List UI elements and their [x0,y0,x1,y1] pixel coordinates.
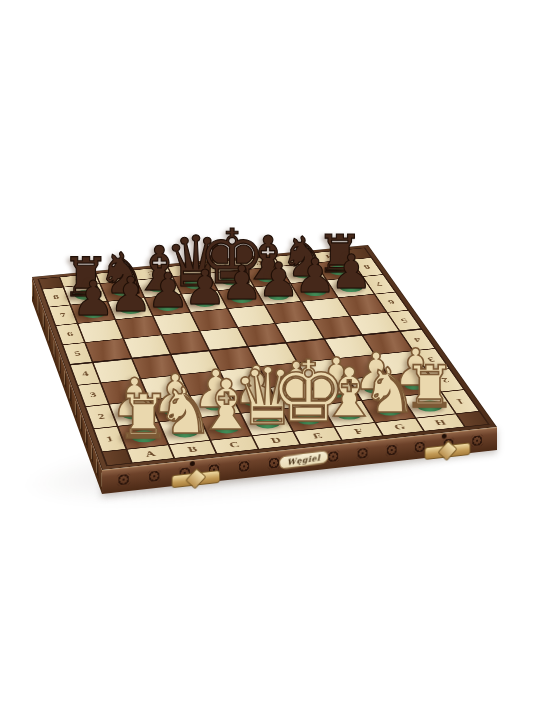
square-b2 [150,396,198,421]
file-label-bottom-b: B [170,441,216,458]
chess-set-photo: ABCDEFGH8877665544332211ABCDEFGH Węgiel … [0,0,540,720]
square-a3 [102,379,149,403]
square-b3 [141,375,188,399]
square-a6 [78,320,122,342]
file-label-bottom-a: A [128,445,174,462]
square-c6 [154,313,199,335]
square-a1 [119,422,168,448]
scroll-spiral-icon [147,468,161,483]
scroll-spiral-icon [355,445,369,460]
square-b6 [116,316,160,338]
file-label-bottom-d: D [253,432,299,449]
board-grid: ABCDEFGH8877665544332211ABCDEFGH [37,247,490,466]
square-a2 [110,401,158,426]
file-label-bottom-e: E [294,427,340,444]
scroll-spiral-icon [237,458,251,473]
file-label-bottom-h: H [417,414,464,430]
scroll-spiral-icon [384,442,398,457]
border-corner [103,450,131,465]
scroll-spiral-icon [470,433,483,448]
scroll-spiral-icon [116,471,130,487]
file-label-bottom-f: F [335,423,382,440]
file-label-bottom-g: G [376,419,423,436]
file-label-bottom-c: C [211,436,257,453]
